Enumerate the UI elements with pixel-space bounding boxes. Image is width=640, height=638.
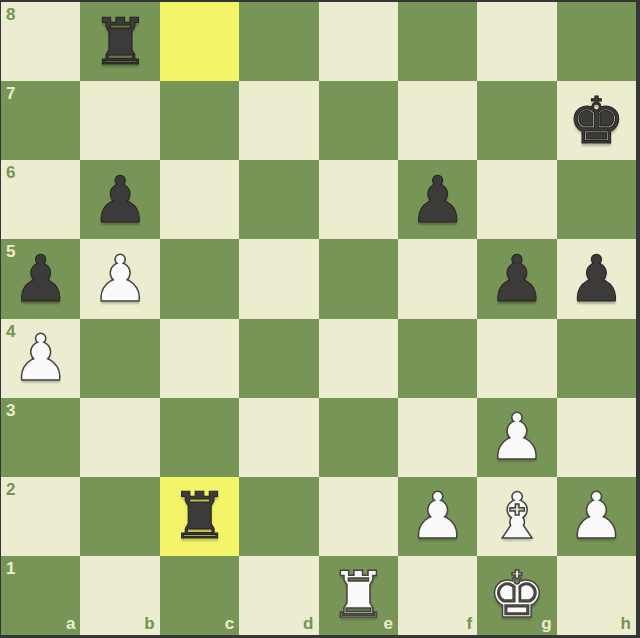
file-label-d: d (303, 615, 313, 632)
file-label-b: b (144, 615, 154, 632)
square-b1[interactable]: b (80, 556, 159, 635)
square-e6[interactable] (319, 160, 398, 239)
square-b6[interactable]: ♟ (80, 160, 159, 239)
black-pawn-icon[interactable]: ♟ (398, 160, 477, 239)
square-f8[interactable] (398, 2, 477, 81)
square-e2[interactable] (319, 477, 398, 556)
square-d1[interactable]: d (239, 556, 318, 635)
square-h1[interactable]: h (557, 556, 636, 635)
black-pawn-icon[interactable]: ♟ (557, 239, 636, 318)
square-f1[interactable]: f (398, 556, 477, 635)
rank-label-1: 1 (6, 560, 15, 577)
square-a6[interactable]: 6 (1, 160, 80, 239)
square-h5[interactable]: ♟ (557, 239, 636, 318)
square-d8[interactable] (239, 2, 318, 81)
file-label-f: f (467, 615, 473, 632)
chess-board-frame: 8♜7♚6♟♟5♟♟♟♟4♟3♟2♜♟♝♟1abcde♜fg♚h (0, 0, 640, 638)
square-a4[interactable]: 4♟ (1, 319, 80, 398)
square-g3[interactable]: ♟ (477, 398, 556, 477)
white-pawn-icon[interactable]: ♟ (398, 477, 477, 556)
black-pawn-icon[interactable]: ♟ (477, 239, 556, 318)
rank-label-6: 6 (6, 164, 15, 181)
rank-label-2: 2 (6, 481, 15, 498)
white-king-icon[interactable]: ♚ (477, 556, 556, 635)
square-d7[interactable] (239, 81, 318, 160)
square-c5[interactable] (160, 239, 239, 318)
square-e3[interactable] (319, 398, 398, 477)
square-g7[interactable] (477, 81, 556, 160)
rank-label-8: 8 (6, 6, 15, 23)
file-label-h: h (621, 615, 631, 632)
square-c8[interactable] (160, 2, 239, 81)
square-f2[interactable]: ♟ (398, 477, 477, 556)
square-a8[interactable]: 8 (1, 2, 80, 81)
white-rook-icon[interactable]: ♜ (319, 556, 398, 635)
square-b5[interactable]: ♟ (80, 239, 159, 318)
white-pawn-icon[interactable]: ♟ (1, 319, 80, 398)
square-h4[interactable] (557, 319, 636, 398)
file-label-a: a (66, 615, 75, 632)
square-a3[interactable]: 3 (1, 398, 80, 477)
square-e5[interactable] (319, 239, 398, 318)
square-e4[interactable] (319, 319, 398, 398)
square-f6[interactable]: ♟ (398, 160, 477, 239)
square-d3[interactable] (239, 398, 318, 477)
square-h3[interactable] (557, 398, 636, 477)
square-c2[interactable]: ♜ (160, 477, 239, 556)
square-c7[interactable] (160, 81, 239, 160)
square-f5[interactable] (398, 239, 477, 318)
rank-label-3: 3 (6, 402, 15, 419)
black-rook-icon[interactable]: ♜ (80, 2, 159, 81)
square-c1[interactable]: c (160, 556, 239, 635)
square-d2[interactable] (239, 477, 318, 556)
white-pawn-icon[interactable]: ♟ (80, 239, 159, 318)
square-b7[interactable] (80, 81, 159, 160)
white-pawn-icon[interactable]: ♟ (557, 477, 636, 556)
square-a5[interactable]: 5♟ (1, 239, 80, 318)
square-h6[interactable] (557, 160, 636, 239)
square-e8[interactable] (319, 2, 398, 81)
square-c6[interactable] (160, 160, 239, 239)
square-b8[interactable]: ♜ (80, 2, 159, 81)
square-d6[interactable] (239, 160, 318, 239)
black-pawn-icon[interactable]: ♟ (80, 160, 159, 239)
square-e7[interactable] (319, 81, 398, 160)
square-g8[interactable] (477, 2, 556, 81)
square-g5[interactable]: ♟ (477, 239, 556, 318)
chess-board[interactable]: 8♜7♚6♟♟5♟♟♟♟4♟3♟2♜♟♝♟1abcde♜fg♚h (1, 2, 636, 635)
square-f3[interactable] (398, 398, 477, 477)
square-a2[interactable]: 2 (1, 477, 80, 556)
square-b2[interactable] (80, 477, 159, 556)
square-c3[interactable] (160, 398, 239, 477)
square-f4[interactable] (398, 319, 477, 398)
square-b4[interactable] (80, 319, 159, 398)
square-a7[interactable]: 7 (1, 81, 80, 160)
square-h7[interactable]: ♚ (557, 81, 636, 160)
square-g2[interactable]: ♝ (477, 477, 556, 556)
black-pawn-icon[interactable]: ♟ (1, 239, 80, 318)
square-h8[interactable] (557, 2, 636, 81)
square-b3[interactable] (80, 398, 159, 477)
black-rook-icon[interactable]: ♜ (160, 477, 239, 556)
white-pawn-icon[interactable]: ♟ (477, 398, 556, 477)
square-e1[interactable]: e♜ (319, 556, 398, 635)
white-bishop-icon[interactable]: ♝ (477, 477, 556, 556)
square-c4[interactable] (160, 319, 239, 398)
black-king-icon[interactable]: ♚ (557, 81, 636, 160)
square-g6[interactable] (477, 160, 556, 239)
rank-label-7: 7 (6, 85, 15, 102)
square-g1[interactable]: g♚ (477, 556, 556, 635)
square-h2[interactable]: ♟ (557, 477, 636, 556)
square-a1[interactable]: 1a (1, 556, 80, 635)
file-label-c: c (225, 615, 234, 632)
square-g4[interactable] (477, 319, 556, 398)
square-d4[interactable] (239, 319, 318, 398)
square-d5[interactable] (239, 239, 318, 318)
square-f7[interactable] (398, 81, 477, 160)
